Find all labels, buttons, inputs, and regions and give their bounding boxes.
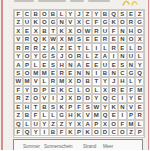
grid-cell-r9c1[interactable]: W — [14, 77, 23, 85]
grid-cell-r4c9[interactable]: E — [83, 35, 92, 43]
word-list-item-sommer: Sommer — [23, 144, 40, 149]
grid-cell-r7c11[interactable]: U — [101, 60, 110, 68]
grid-cell-r13c11[interactable]: Q — [101, 111, 110, 119]
grid-cell-r8c6[interactable]: R — [57, 69, 66, 77]
grid-cell-r1c11[interactable]: B — [101, 10, 110, 18]
grid-cell-r15c8[interactable]: P — [75, 128, 84, 136]
grid-cell-r11c4[interactable]: V — [40, 94, 49, 102]
grid-cell-r9c9[interactable]: B — [83, 77, 92, 85]
word-list-item-sonnenschein: Sonnenschein — [44, 144, 73, 149]
grid-cell-r11c1[interactable]: R — [14, 94, 23, 102]
grid-cell-r15c11[interactable]: D — [101, 128, 110, 136]
grid-cell-r1c12[interactable]: Q — [109, 10, 118, 18]
grid-cell-r4c13[interactable]: N — [118, 35, 127, 43]
grid-cell-r7c12[interactable]: E — [109, 60, 118, 68]
grid-cell-r12c2[interactable]: H — [23, 103, 32, 111]
grid-cell-r9c4[interactable]: L — [40, 77, 49, 85]
grid-cell-r4c12[interactable]: E — [109, 35, 118, 43]
grid-cell-r10c2[interactable]: Y — [23, 86, 32, 94]
grid-cell-r12c15[interactable]: E — [135, 103, 144, 111]
grid-cell-r13c3[interactable]: F — [31, 111, 40, 119]
grid-cell-r7c9[interactable]: E — [83, 60, 92, 68]
grid-cell-r9c11[interactable]: Y — [101, 77, 110, 85]
grid-cell-r14c13[interactable]: F — [118, 120, 127, 128]
grid-cell-r5c9[interactable]: L — [83, 43, 92, 51]
grid-cell-r12c10[interactable]: W — [92, 103, 101, 111]
grid-cell-r11c2[interactable]: Z — [23, 94, 32, 102]
grid-cell-r8c1[interactable]: S — [14, 69, 23, 77]
grid-cell-r11c5[interactable]: I — [49, 94, 58, 102]
grid-cell-r3c8[interactable]: O — [75, 26, 84, 34]
grid-cell-r12c7[interactable]: P — [66, 103, 75, 111]
grid-cell-r15c6[interactable]: F — [57, 128, 66, 136]
grid-cell-r14c15[interactable]: L — [135, 120, 144, 128]
grid-cell-r3c6[interactable]: K — [57, 26, 66, 34]
grid-cell-r10c9[interactable]: O — [83, 86, 92, 94]
grid-cell-r9c13[interactable]: H — [118, 77, 127, 85]
grid-cell-r13c15[interactable]: R — [135, 111, 144, 119]
grid-cell-r5c2[interactable]: R — [23, 43, 32, 51]
grid-cell-r12c14[interactable]: V — [127, 103, 136, 111]
grid-cell-r7c8[interactable]: A — [75, 60, 84, 68]
grid-cell-r2c9[interactable]: C — [83, 18, 92, 26]
grid-cell-r11c13[interactable]: I — [118, 94, 127, 102]
grid-cell-r14c2[interactable]: L — [23, 120, 32, 128]
grid-cell-r5c10[interactable]: I — [92, 43, 101, 51]
grid-cell-r15c5[interactable]: B — [49, 128, 58, 136]
grid-cell-r8c11[interactable]: B — [101, 69, 110, 77]
grid-cell-r2c6[interactable]: N — [57, 18, 66, 26]
grid-cell-r5c1[interactable]: R — [14, 43, 23, 51]
grid-cell-r8c14[interactable]: G — [127, 69, 136, 77]
grid-cell-r2c3[interactable]: K — [31, 18, 40, 26]
word-list-item-strand: Strand — [83, 144, 96, 149]
grid-cell-r15c9[interactable]: K — [83, 128, 92, 136]
grid-cell-r3c10[interactable]: R — [92, 26, 101, 34]
grid-cell-r4c3[interactable]: Q — [31, 35, 40, 43]
grid-cell-r2c12[interactable]: K — [109, 18, 118, 26]
grid-cell-r14c5[interactable]: Z — [49, 120, 58, 128]
grid-cell-r5c8[interactable]: T — [75, 43, 84, 51]
grid-cell-r9c14[interactable]: L — [127, 77, 136, 85]
grid-cell-r1c3[interactable]: B — [31, 10, 40, 18]
grid-cell-r9c10[interactable]: T — [92, 77, 101, 85]
grid-cell-r15c15[interactable]: P — [135, 128, 144, 136]
grid-cell-r13c7[interactable]: H — [66, 111, 75, 119]
grid-cell-r3c12[interactable]: F — [109, 26, 118, 34]
cut-off-title — [14, 0, 110, 2]
grid-cell-r1c10[interactable]: Y — [92, 10, 101, 18]
grid-cell-r12c3[interactable]: T — [31, 103, 40, 111]
grid-cell-r6c1[interactable]: Y — [14, 52, 23, 60]
grid-cell-r9c2[interactable]: M — [23, 77, 32, 85]
grid-cell-r14c11[interactable]: X — [101, 120, 110, 128]
grid-cell-r3c14[interactable]: H — [127, 26, 136, 34]
grid-cell-r7c13[interactable]: S — [118, 60, 127, 68]
word-list-item-meer: Meer — [103, 144, 113, 149]
grid-cell-r4c14[interactable]: O — [127, 35, 136, 43]
grid-cell-r3c2[interactable]: E — [23, 26, 32, 34]
grid-cell-r13c2[interactable]: B — [23, 111, 32, 119]
grid-cell-r8c10[interactable]: I — [92, 69, 101, 77]
grid-cell-r2c10[interactable]: F — [92, 18, 101, 26]
grid-cell-r5c5[interactable]: A — [49, 43, 58, 51]
grid-cell-r11c11[interactable]: Q — [101, 94, 110, 102]
grid-cell-r7c15[interactable]: Y — [135, 60, 144, 68]
grid-cell-r10c6[interactable]: K — [57, 86, 66, 94]
grid-cell-r14c14[interactable]: M — [127, 120, 136, 128]
grid-cell-r9c8[interactable]: D — [75, 77, 84, 85]
grid-cell-r2c7[interactable]: V — [66, 18, 75, 26]
grid-cell-r8c9[interactable]: N — [83, 69, 92, 77]
grid-cell-r6c13[interactable]: N — [118, 52, 127, 60]
grid-cell-r6c10[interactable]: Z — [92, 52, 101, 60]
grid-cell-r9c15[interactable]: Y — [135, 77, 144, 85]
grid-cell-r2c2[interactable]: U — [23, 18, 32, 26]
grid-cell-r3c13[interactable]: N — [118, 26, 127, 34]
grid-cell-r15c10[interactable]: O — [92, 128, 101, 136]
grid-cell-r14c6[interactable]: Z — [57, 120, 66, 128]
grid-cell-r6c7[interactable]: O — [66, 52, 75, 60]
grid-cell-r12c4[interactable]: B — [40, 103, 49, 111]
grid-cell-r8c4[interactable]: M — [40, 69, 49, 77]
grid-cell-r2c4[interactable]: O — [40, 18, 49, 26]
grid-cell-r15c4[interactable]: I — [40, 128, 49, 136]
grid-cell-r8c13[interactable]: C — [118, 69, 127, 77]
grid-cell-r8c2[interactable]: O — [23, 69, 32, 77]
grid-cell-r13c6[interactable]: G — [57, 111, 66, 119]
grid-cell-r9c6[interactable]: M — [57, 77, 66, 85]
grid-cell-r4c5[interactable]: W — [49, 35, 58, 43]
grid-cell-r10c14[interactable]: F — [127, 86, 136, 94]
grid-cell-r5c6[interactable]: Z — [57, 43, 66, 51]
grid-cell-r9c5[interactable]: R — [49, 77, 58, 85]
grid-cell-r4c4[interactable]: K — [40, 35, 49, 43]
grid-cell-r13c14[interactable]: P — [127, 111, 136, 119]
grid-cell-r7c2[interactable]: P — [23, 60, 32, 68]
grid-cell-r12c1[interactable]: E — [14, 103, 23, 111]
grid-cell-r13c10[interactable]: M — [92, 111, 101, 119]
word-grid: FCBOBLYJZYBQSEZZUKOGNVXCFGKORGXEXBTKXOWR… — [13, 9, 145, 138]
grid-cell-r11c10[interactable]: Y — [92, 94, 101, 102]
grid-cell-r3c11[interactable]: U — [101, 26, 110, 34]
grid-cell-r2c14[interactable]: R — [127, 18, 136, 26]
grid-cell-r8c8[interactable]: N — [75, 69, 84, 77]
grid-cell-r8c3[interactable]: M — [31, 69, 40, 77]
grid-cell-r6c6[interactable]: J — [57, 52, 66, 60]
grid-cell-r11c8[interactable]: D — [75, 94, 84, 102]
grid-cell-r4c11[interactable]: R — [101, 35, 110, 43]
word-list-box: Sommer Sonnenschein Strand Meer — [13, 139, 143, 151]
grid-cell-r12c5[interactable]: S — [49, 103, 58, 111]
grid-cell-r15c12[interactable]: C — [109, 128, 118, 136]
grid-cell-r11c9[interactable]: D — [83, 94, 92, 102]
grid-cell-r11c6[interactable]: J — [57, 94, 66, 102]
grid-cell-r6c2[interactable]: O — [23, 52, 32, 60]
grid-cell-r10c8[interactable]: L — [75, 86, 84, 94]
grid-cell-r13c12[interactable]: E — [109, 111, 118, 119]
grid-cell-r14c3[interactable]: U — [31, 120, 40, 128]
grid-cell-r14c8[interactable]: X — [75, 120, 84, 128]
grid-cell-r5c12[interactable]: R — [109, 43, 118, 51]
grid-cell-r6c5[interactable]: S — [49, 52, 58, 60]
grid-cell-r10c5[interactable]: E — [49, 86, 58, 94]
grid-cell-r10c12[interactable]: R — [109, 86, 118, 94]
grid-cell-r6c3[interactable]: Y — [31, 52, 40, 60]
grid-cell-r1c5[interactable]: B — [49, 10, 58, 18]
grid-cell-r12c12[interactable]: K — [109, 103, 118, 111]
grid-cell-r6c11[interactable]: A — [101, 52, 110, 60]
grid-cell-r6c4[interactable]: G — [40, 52, 49, 60]
grid-cell-r5c4[interactable]: Z — [40, 43, 49, 51]
grid-cell-r1c6[interactable]: L — [57, 10, 66, 18]
grid-cell-r14c4[interactable]: Y — [40, 120, 49, 128]
grid-cell-r3c3[interactable]: X — [31, 26, 40, 34]
grid-cell-r8c5[interactable]: E — [49, 69, 58, 77]
grid-cell-r4c7[interactable]: M — [66, 35, 75, 43]
grid-cell-r1c1[interactable]: F — [14, 10, 23, 18]
grid-cell-r6c8[interactable]: R — [75, 52, 84, 60]
grid-cell-r7c1[interactable]: A — [14, 60, 23, 68]
grid-cell-r14c9[interactable]: A — [83, 120, 92, 128]
grid-cell-r1c9[interactable]: Z — [83, 10, 92, 18]
grid-cell-r9c7[interactable]: X — [66, 77, 75, 85]
grid-cell-r15c2[interactable]: Q — [23, 128, 32, 136]
grid-cell-r5c11[interactable]: L — [101, 43, 110, 51]
frame-border-right — [148, 0, 150, 150]
grid-cell-r1c15[interactable]: Z — [135, 10, 144, 18]
grid-cell-r13c1[interactable]: Z — [14, 111, 23, 119]
grid-cell-r1c7[interactable]: Y — [66, 10, 75, 18]
grid-cell-r4c6[interactable]: X — [57, 35, 66, 43]
grid-cell-r3c9[interactable]: W — [83, 26, 92, 34]
grid-cell-r4c10[interactable]: E — [92, 35, 101, 43]
grid-cell-r14c10[interactable]: P — [92, 120, 101, 128]
grid-cell-r13c9[interactable]: V — [83, 111, 92, 119]
word-search-worksheet: FCBOBLYJZYBQSEZZUKOGNVXCFGKORGXEXBTKXOWR… — [0, 0, 150, 150]
grid-cell-r14c7[interactable]: Y — [66, 120, 75, 128]
grid-cell-r13c8[interactable]: K — [75, 111, 84, 119]
grid-cell-r6c12[interactable]: I — [109, 52, 118, 60]
sun-doodle-icon — [121, 0, 139, 6]
grid-cell-r10c15[interactable]: M — [135, 86, 144, 94]
grid-cell-r10c7[interactable]: C — [66, 86, 75, 94]
grid-cell-r3c4[interactable]: B — [40, 26, 49, 34]
grid-cell-r10c4[interactable]: P — [40, 86, 49, 94]
grid-cell-r10c10[interactable]: L — [92, 86, 101, 94]
grid-cell-r11c7[interactable]: X — [66, 94, 75, 102]
grid-cell-r11c14[interactable]: Y — [127, 94, 136, 102]
grid-cell-r13c13[interactable]: I — [118, 111, 127, 119]
grid-cell-r7c10[interactable]: E — [92, 60, 101, 68]
grid-cell-r4c8[interactable]: S — [75, 35, 84, 43]
grid-cell-r14c12[interactable]: O — [109, 120, 118, 128]
grid-cell-r1c14[interactable]: E — [127, 10, 136, 18]
grid-cell-r14c1[interactable]: Q — [14, 120, 23, 128]
grid-cell-r3c7[interactable]: X — [66, 26, 75, 34]
grid-cell-r1c8[interactable]: J — [75, 10, 84, 18]
grid-cell-r15c1[interactable]: F — [14, 128, 23, 136]
grid-cell-r2c1[interactable]: Z — [14, 18, 23, 26]
grid-cell-r1c4[interactable]: O — [40, 10, 49, 18]
grid-cell-r3c1[interactable]: X — [14, 26, 23, 34]
grid-cell-r6c15[interactable]: L — [135, 52, 144, 60]
grid-cell-r5c15[interactable]: D — [135, 43, 144, 51]
grid-cell-r12c6[interactable]: K — [57, 103, 66, 111]
grid-cell-r2c13[interactable]: O — [118, 18, 127, 26]
grid-cell-r3c15[interactable]: O — [135, 26, 144, 34]
frame-border-left — [1, 0, 3, 150]
grid-cell-r10c13[interactable]: E — [118, 86, 127, 94]
grid-cell-r6c9[interactable]: L — [83, 52, 92, 60]
grid-cell-r4c2[interactable]: R — [23, 35, 32, 43]
grid-cell-r9c12[interactable]: J — [109, 77, 118, 85]
grid-cell-r1c13[interactable]: S — [118, 10, 127, 18]
grid-cell-r5c3[interactable]: R — [31, 43, 40, 51]
grid-cell-r2c11[interactable]: G — [101, 18, 110, 26]
grid-cell-r7c14[interactable]: N — [127, 60, 136, 68]
grid-cell-r4c1[interactable]: V — [14, 35, 23, 43]
grid-cell-r15c14[interactable]: Z — [127, 128, 136, 136]
grid-cell-r1c2[interactable]: C — [23, 10, 32, 18]
grid-cell-r7c3[interactable]: L — [31, 60, 40, 68]
grid-cell-r2c5[interactable]: G — [49, 18, 58, 26]
grid-cell-r13c5[interactable]: L — [49, 111, 58, 119]
grid-cell-r10c11[interactable]: X — [101, 86, 110, 94]
grid-cell-r12c11[interactable]: Y — [101, 103, 110, 111]
grid-cell-r5c7[interactable]: E — [66, 43, 75, 51]
grid-cell-r11c12[interactable]: C — [109, 94, 118, 102]
grid-cell-r7c6[interactable]: H — [57, 60, 66, 68]
grid-cell-r5c13[interactable]: E — [118, 43, 127, 51]
grid-cell-r12c8[interactable]: F — [75, 103, 84, 111]
grid-cell-r2c8[interactable]: X — [75, 18, 84, 26]
grid-cell-r4c15[interactable]: X — [135, 35, 144, 43]
grid-cell-r15c3[interactable]: Y — [31, 128, 40, 136]
grid-cell-r2c15[interactable]: G — [135, 18, 144, 26]
grid-cell-r10c3[interactable]: D — [31, 86, 40, 94]
grid-cell-r13c4[interactable]: L — [40, 111, 49, 119]
grid-cell-r15c7[interactable]: K — [66, 128, 75, 136]
grid-cell-r9c3[interactable]: V — [31, 77, 40, 85]
grid-cell-r8c12[interactable]: N — [109, 69, 118, 77]
grid-cell-r5c14[interactable]: L — [127, 43, 136, 51]
grid-cell-r3c5[interactable]: T — [49, 26, 58, 34]
grid-cell-r11c3[interactable]: O — [31, 94, 40, 102]
grid-cell-r7c7[interactable]: N — [66, 60, 75, 68]
grid-cell-r15c13[interactable]: O — [118, 128, 127, 136]
grid-cell-r6c14[interactable]: U — [127, 52, 136, 60]
grid-cell-r8c15[interactable]: Q — [135, 69, 144, 77]
grid-cell-r8c7[interactable]: E — [66, 69, 75, 77]
grid-cell-r10c1[interactable]: F — [14, 86, 23, 94]
grid-cell-r12c13[interactable]: N — [118, 103, 127, 111]
grid-cell-r12c9[interactable]: S — [83, 103, 92, 111]
grid-cell-r7c5[interactable]: S — [49, 60, 58, 68]
grid-cell-r7c4[interactable]: E — [40, 60, 49, 68]
grid-cell-r11c15[interactable]: E — [135, 94, 144, 102]
